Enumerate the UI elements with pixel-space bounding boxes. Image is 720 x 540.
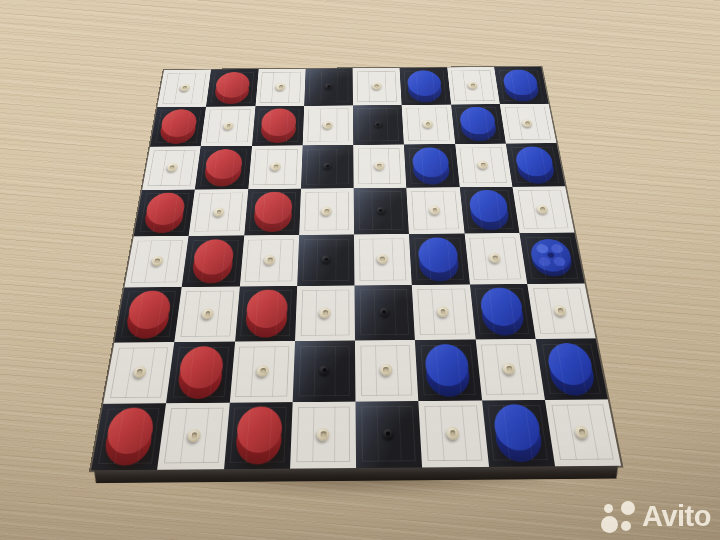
square-f8[interactable] — [400, 67, 451, 104]
square-c5[interactable] — [244, 188, 301, 235]
square-e1[interactable] — [355, 401, 422, 468]
square-g7[interactable] — [451, 104, 506, 144]
checkers-board — [91, 67, 621, 471]
light-lego-stud-icon — [319, 307, 331, 318]
dark-lego-stud-icon — [325, 83, 333, 89]
light-lego-stud-icon — [270, 162, 281, 170]
square-g8[interactable] — [447, 67, 500, 104]
square-c4[interactable] — [239, 235, 298, 286]
avito-watermark: Avito — [601, 500, 711, 533]
dark-lego-stud-icon — [379, 307, 389, 316]
square-b7[interactable] — [201, 106, 255, 146]
square-h8[interactable] — [494, 67, 549, 104]
light-lego-stud-icon — [380, 364, 392, 376]
light-lego-stud-icon — [372, 83, 382, 90]
square-a2[interactable] — [103, 342, 174, 403]
light-lego-stud-icon — [133, 366, 147, 378]
red-piece[interactable] — [158, 109, 198, 143]
square-g6[interactable] — [455, 144, 512, 187]
square-c7[interactable] — [252, 106, 304, 146]
light-lego-stud-icon — [323, 121, 333, 129]
square-b3[interactable] — [175, 286, 240, 342]
blue-piece[interactable] — [545, 343, 597, 395]
red-piece[interactable] — [143, 193, 187, 233]
square-b8[interactable] — [206, 69, 258, 106]
light-lego-stud-icon — [256, 365, 269, 377]
blue-piece[interactable] — [412, 147, 451, 184]
blue-piece[interactable] — [492, 404, 544, 461]
red-piece[interactable] — [191, 239, 235, 283]
square-b1[interactable] — [157, 402, 229, 469]
blue-plate-piece[interactable] — [529, 239, 575, 277]
square-f2[interactable] — [415, 339, 481, 400]
square-g1[interactable] — [482, 400, 555, 467]
light-lego-stud-icon — [489, 253, 501, 263]
light-lego-stud-icon — [179, 84, 190, 91]
light-lego-stud-icon — [201, 308, 214, 319]
light-lego-stud-icon — [213, 207, 225, 216]
square-e7[interactable] — [353, 105, 404, 145]
red-piece[interactable] — [244, 290, 288, 338]
red-piece[interactable] — [214, 72, 251, 104]
square-h4[interactable] — [519, 233, 584, 284]
square-a1[interactable] — [91, 403, 166, 471]
square-d2[interactable] — [292, 340, 355, 401]
square-b2[interactable] — [166, 342, 234, 403]
square-a3[interactable] — [114, 287, 182, 343]
blue-piece[interactable] — [514, 146, 556, 183]
light-lego-stud-icon — [522, 119, 533, 127]
square-c2[interactable] — [229, 341, 294, 402]
square-h5[interactable] — [512, 186, 574, 233]
square-c6[interactable] — [248, 145, 303, 188]
square-h2[interactable] — [535, 338, 607, 399]
light-lego-stud-icon — [317, 428, 330, 441]
avito-logo-icon — [601, 501, 635, 533]
square-e5[interactable] — [354, 187, 409, 234]
square-a8[interactable] — [157, 70, 211, 107]
square-b5[interactable] — [189, 189, 248, 236]
light-lego-stud-icon — [446, 426, 460, 439]
light-lego-stud-icon — [187, 429, 201, 442]
light-lego-stud-icon — [554, 305, 567, 316]
blue-piece[interactable] — [407, 70, 443, 102]
square-g4[interactable] — [464, 233, 527, 284]
dark-lego-stud-icon — [319, 365, 329, 375]
red-piece[interactable] — [260, 109, 297, 143]
square-c3[interactable] — [235, 286, 297, 342]
avito-watermark-text: Avito — [642, 500, 711, 533]
square-e3[interactable] — [354, 285, 415, 341]
red-piece[interactable] — [177, 346, 225, 398]
blue-piece[interactable] — [425, 344, 472, 396]
light-lego-stud-icon — [423, 120, 433, 128]
red-piece[interactable] — [253, 192, 293, 232]
square-e8[interactable] — [353, 68, 402, 105]
red-piece[interactable] — [204, 149, 244, 186]
square-h6[interactable] — [506, 143, 565, 186]
dark-lego-stud-icon — [376, 207, 385, 215]
light-lego-stud-icon — [264, 255, 276, 265]
square-a4[interactable] — [124, 236, 188, 287]
dark-lego-stud-icon — [321, 255, 330, 264]
light-lego-stud-icon — [374, 162, 384, 170]
square-d6[interactable] — [301, 145, 354, 188]
blue-piece[interactable] — [418, 237, 461, 280]
square-g3[interactable] — [469, 284, 535, 340]
square-h1[interactable] — [545, 399, 621, 466]
board-grid — [91, 67, 621, 471]
square-g5[interactable] — [459, 186, 519, 233]
blue-piece[interactable] — [479, 288, 526, 335]
square-h3[interactable] — [527, 283, 596, 339]
square-d1[interactable] — [290, 401, 356, 468]
light-lego-stud-icon — [151, 256, 164, 266]
light-lego-stud-icon — [321, 206, 332, 215]
square-g2[interactable] — [475, 339, 544, 400]
square-b6[interactable] — [195, 146, 252, 189]
square-a7[interactable] — [150, 106, 206, 146]
square-d8[interactable] — [304, 68, 353, 105]
dark-lego-stud-icon — [383, 428, 394, 439]
light-lego-stud-icon — [377, 254, 388, 264]
square-d4[interactable] — [297, 234, 355, 285]
square-b4[interactable] — [182, 235, 244, 286]
square-f5[interactable] — [406, 187, 464, 234]
blue-piece[interactable] — [502, 69, 541, 101]
square-h7[interactable] — [500, 103, 557, 143]
light-lego-stud-icon — [477, 161, 488, 169]
light-lego-stud-icon — [537, 205, 549, 214]
square-d7[interactable] — [302, 105, 353, 145]
square-e4[interactable] — [354, 234, 412, 285]
light-lego-stud-icon — [468, 82, 478, 89]
dark-lego-stud-icon — [323, 163, 332, 170]
square-a5[interactable] — [134, 189, 195, 236]
red-piece[interactable] — [124, 291, 172, 339]
square-d3[interactable] — [295, 285, 355, 341]
square-c8[interactable] — [255, 69, 305, 106]
square-c1[interactable] — [224, 402, 293, 469]
light-lego-stud-icon — [223, 122, 234, 130]
square-f6[interactable] — [404, 144, 459, 187]
photo-of-lego-checkers-board: Avito — [0, 0, 720, 540]
red-piece[interactable] — [102, 408, 156, 465]
board-placement — [0, 0, 720, 540]
square-f7[interactable] — [402, 104, 455, 144]
square-e6[interactable] — [353, 144, 406, 187]
light-lego-stud-icon — [166, 163, 177, 171]
blue-piece[interactable] — [458, 107, 497, 141]
square-a6[interactable] — [142, 146, 201, 189]
light-lego-stud-icon — [429, 205, 440, 214]
square-f4[interactable] — [409, 233, 469, 284]
dark-lego-stud-icon — [374, 121, 382, 128]
square-f3[interactable] — [412, 284, 475, 340]
light-lego-stud-icon — [574, 425, 589, 438]
red-piece[interactable] — [234, 407, 282, 464]
light-lego-stud-icon — [502, 363, 516, 375]
blue-piece[interactable] — [468, 190, 511, 230]
square-e2[interactable] — [355, 340, 419, 401]
square-f1[interactable] — [419, 400, 489, 467]
square-d5[interactable] — [299, 188, 354, 235]
light-lego-stud-icon — [437, 306, 449, 317]
light-lego-stud-icon — [276, 83, 286, 90]
